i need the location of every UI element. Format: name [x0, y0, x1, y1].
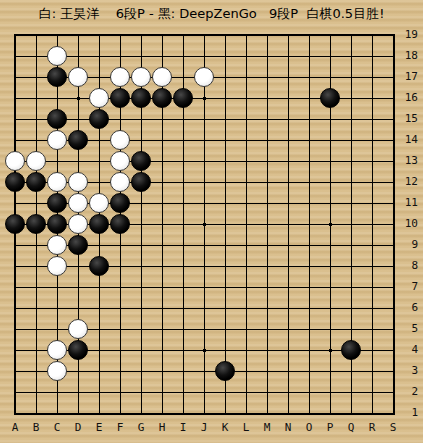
col-label: C [50, 421, 64, 434]
row-label: 6 [397, 301, 418, 314]
stone-black [341, 340, 361, 360]
stone-white [131, 67, 151, 87]
stone-white [68, 172, 88, 192]
col-label: R [365, 421, 379, 434]
col-label: F [113, 421, 127, 434]
stone-white [47, 130, 67, 150]
stone-white [110, 172, 130, 192]
col-label: J [197, 421, 211, 434]
row-label: 8 [397, 259, 418, 272]
col-label: H [155, 421, 169, 434]
stone-white [110, 130, 130, 150]
stone-white [194, 67, 214, 87]
stone-white [26, 151, 46, 171]
row-label: 17 [397, 70, 418, 83]
stone-black [110, 88, 130, 108]
star-point [329, 223, 332, 226]
stone-white [47, 46, 67, 66]
stone-white [47, 340, 67, 360]
col-label: B [29, 421, 43, 434]
stone-black [110, 193, 130, 213]
stone-black [110, 214, 130, 234]
row-label: 19 [397, 28, 418, 41]
row-label: 4 [397, 343, 418, 356]
row-label: 1 [397, 406, 418, 419]
row-label: 9 [397, 238, 418, 251]
stone-black [47, 109, 67, 129]
row-label: 14 [397, 133, 418, 146]
row-label: 2 [397, 385, 418, 398]
row-label: 15 [397, 112, 418, 125]
stone-white [68, 193, 88, 213]
stone-black [131, 88, 151, 108]
stone-black [89, 256, 109, 276]
stone-black [26, 172, 46, 192]
stone-black [68, 235, 88, 255]
stone-white [47, 172, 67, 192]
col-label: G [134, 421, 148, 434]
stone-black [26, 214, 46, 234]
col-label: D [71, 421, 85, 434]
stone-black [47, 193, 67, 213]
stone-black [173, 88, 193, 108]
row-label: 11 [397, 196, 418, 209]
stone-black [320, 88, 340, 108]
stone-black [68, 340, 88, 360]
star-point [203, 349, 206, 352]
stone-white [110, 151, 130, 171]
col-label: I [176, 421, 190, 434]
col-label: S [386, 421, 400, 434]
row-label: 16 [397, 91, 418, 104]
stone-white [89, 193, 109, 213]
stone-black [47, 214, 67, 234]
star-point [203, 97, 206, 100]
stone-white [47, 361, 67, 381]
col-label: O [302, 421, 316, 434]
stone-white [110, 67, 130, 87]
star-point [329, 349, 332, 352]
row-label: 5 [397, 322, 418, 335]
stone-white [89, 88, 109, 108]
board-grid [14, 34, 395, 415]
col-label: K [218, 421, 232, 434]
stone-black [215, 361, 235, 381]
stone-white [47, 235, 67, 255]
row-label: 7 [397, 280, 418, 293]
stone-black [5, 172, 25, 192]
stone-black [89, 214, 109, 234]
col-label: L [239, 421, 253, 434]
go-game-viewer: 白: 王昊洋 6段P - 黑: DeepZenGo 9段P 白棋0.5目胜! A… [0, 0, 423, 443]
game-info-header: 白: 王昊洋 6段P - 黑: DeepZenGo 9段P 白棋0.5目胜! [0, 6, 423, 22]
col-label: P [323, 421, 337, 434]
stone-black [152, 88, 172, 108]
row-label: 12 [397, 175, 418, 188]
row-label: 18 [397, 49, 418, 62]
stone-white [152, 67, 172, 87]
stone-black [131, 172, 151, 192]
stone-black [5, 214, 25, 234]
stone-white [47, 256, 67, 276]
row-label: 3 [397, 364, 418, 377]
stone-black [131, 151, 151, 171]
col-label: E [92, 421, 106, 434]
col-label: Q [344, 421, 358, 434]
stone-black [89, 109, 109, 129]
stone-white [5, 151, 25, 171]
col-label: M [260, 421, 274, 434]
stone-white [68, 67, 88, 87]
row-label: 13 [397, 154, 418, 167]
stone-white [68, 319, 88, 339]
star-point [77, 97, 80, 100]
col-label: A [8, 421, 22, 434]
stone-white [68, 214, 88, 234]
row-label: 10 [397, 217, 418, 230]
star-point [203, 223, 206, 226]
stone-black [47, 67, 67, 87]
col-label: N [281, 421, 295, 434]
stone-black [68, 130, 88, 150]
